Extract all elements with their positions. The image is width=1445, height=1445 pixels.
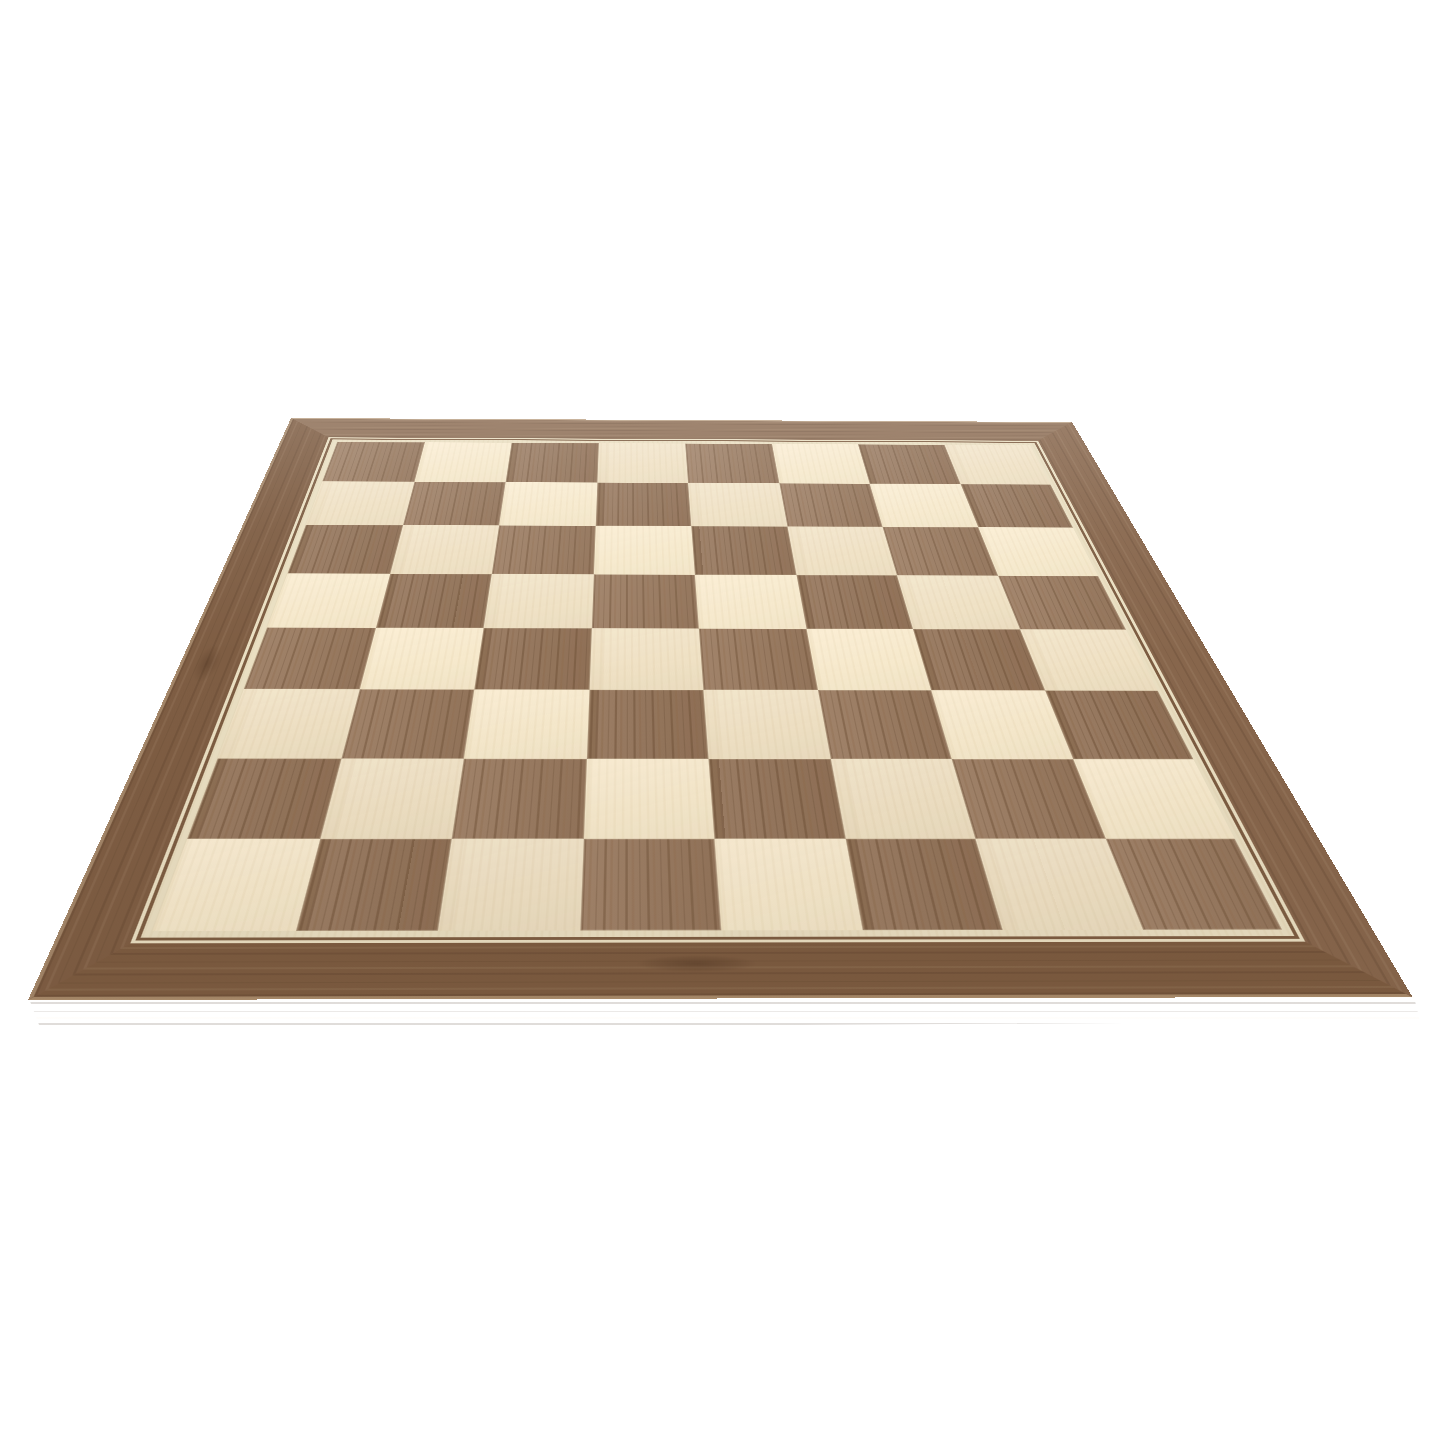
square-e6 bbox=[691, 526, 796, 575]
square-c4 bbox=[474, 628, 591, 689]
square-c7 bbox=[499, 482, 597, 526]
square-a5 bbox=[267, 573, 390, 628]
square-f2 bbox=[830, 759, 975, 838]
square-e5 bbox=[695, 574, 806, 628]
square-a3 bbox=[218, 689, 360, 759]
square-b1 bbox=[295, 838, 451, 931]
square-c5 bbox=[484, 574, 594, 628]
square-e3 bbox=[703, 690, 830, 759]
square-b7 bbox=[403, 482, 506, 526]
square-b3 bbox=[341, 689, 474, 759]
chessboard bbox=[28, 418, 1412, 1000]
square-g7 bbox=[870, 484, 978, 528]
square-d4 bbox=[589, 628, 703, 689]
square-b6 bbox=[390, 525, 499, 574]
square-a4 bbox=[244, 628, 376, 689]
square-e8 bbox=[685, 444, 779, 484]
square-c8 bbox=[506, 443, 599, 483]
square-c3 bbox=[464, 689, 589, 759]
square-d6 bbox=[593, 526, 694, 575]
square-e7 bbox=[688, 483, 787, 527]
square-c6 bbox=[492, 525, 596, 574]
square-f3 bbox=[817, 690, 951, 759]
square-c1 bbox=[438, 838, 583, 930]
square-e4 bbox=[699, 629, 818, 690]
square-d5 bbox=[591, 574, 698, 628]
square-d1 bbox=[580, 838, 721, 930]
square-b8 bbox=[414, 442, 511, 482]
square-a6 bbox=[288, 525, 403, 574]
square-f5 bbox=[796, 575, 913, 629]
square-d7 bbox=[595, 482, 691, 526]
square-e1 bbox=[714, 838, 862, 930]
square-d8 bbox=[597, 443, 688, 483]
square-a8 bbox=[322, 442, 424, 482]
square-f6 bbox=[787, 527, 897, 576]
square-f8 bbox=[772, 444, 870, 484]
square-b2 bbox=[320, 759, 464, 839]
square-e2 bbox=[709, 759, 846, 838]
square-d3 bbox=[586, 689, 708, 759]
square-d2 bbox=[583, 759, 714, 839]
square-a7 bbox=[306, 481, 414, 525]
square-b5 bbox=[376, 574, 492, 629]
square-c2 bbox=[452, 759, 587, 839]
square-g8 bbox=[858, 444, 960, 484]
square-f4 bbox=[806, 629, 931, 690]
square-f7 bbox=[779, 483, 883, 527]
square-b4 bbox=[359, 628, 483, 689]
product-photo-stage bbox=[0, 0, 1445, 1445]
